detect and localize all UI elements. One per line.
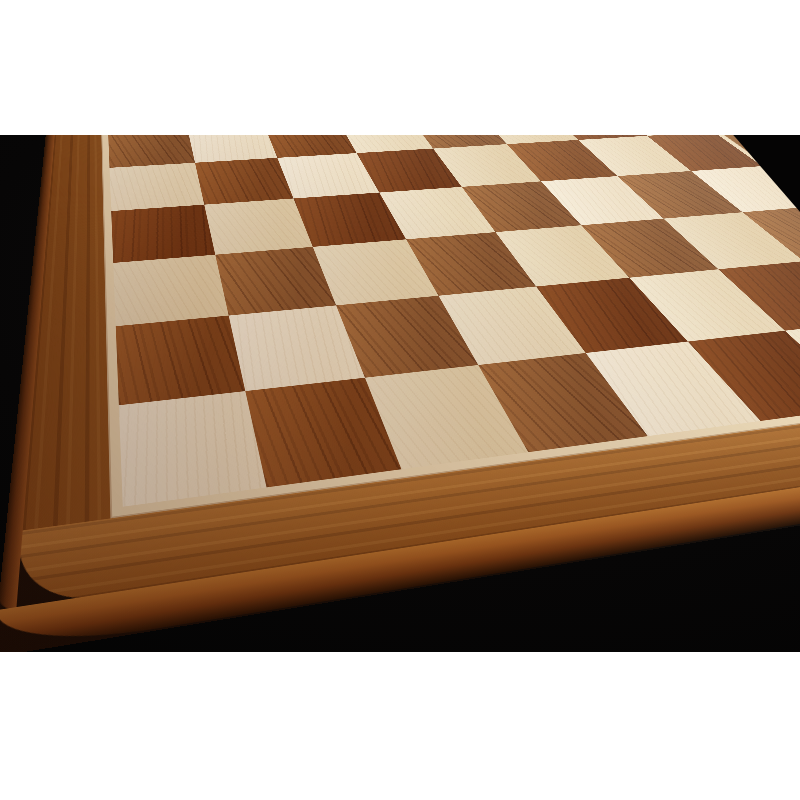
chess-board — [14, 135, 800, 609]
board-square-r6c1 — [113, 255, 228, 327]
board-square-r4c2 — [195, 158, 294, 205]
board-square-r5c1 — [111, 205, 215, 263]
board-square-r7c1 — [116, 316, 246, 406]
board-square-r8c1 — [119, 391, 267, 507]
board-square-r4c1 — [110, 163, 205, 211]
product-photo-page — [0, 0, 800, 800]
camera-roll-wrapper — [0, 135, 800, 652]
photo-scene — [0, 135, 800, 652]
